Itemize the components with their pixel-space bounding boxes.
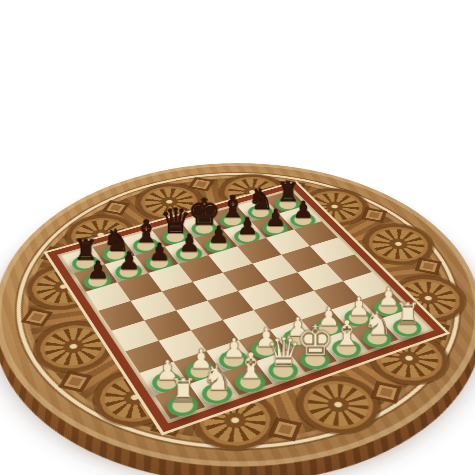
piece-black-pawn[interactable]: ♟ — [74, 257, 122, 282]
square-a1[interactable]: ♜ — [154, 383, 204, 418]
scene: ♜♞♝♛♚♝♞♜♟♟♟♟♟♟♟♟♟♟♟♟♟♟♟♟♜♞♝♛♚♝♞♜ — [0, 0, 475, 475]
piece-white-rook[interactable]: ♜ — [156, 374, 210, 407]
board-platter: ♜♞♝♛♚♝♞♜♟♟♟♟♟♟♟♟♟♟♟♟♟♟♟♟♜♞♝♛♚♝♞♜ — [0, 126, 475, 475]
